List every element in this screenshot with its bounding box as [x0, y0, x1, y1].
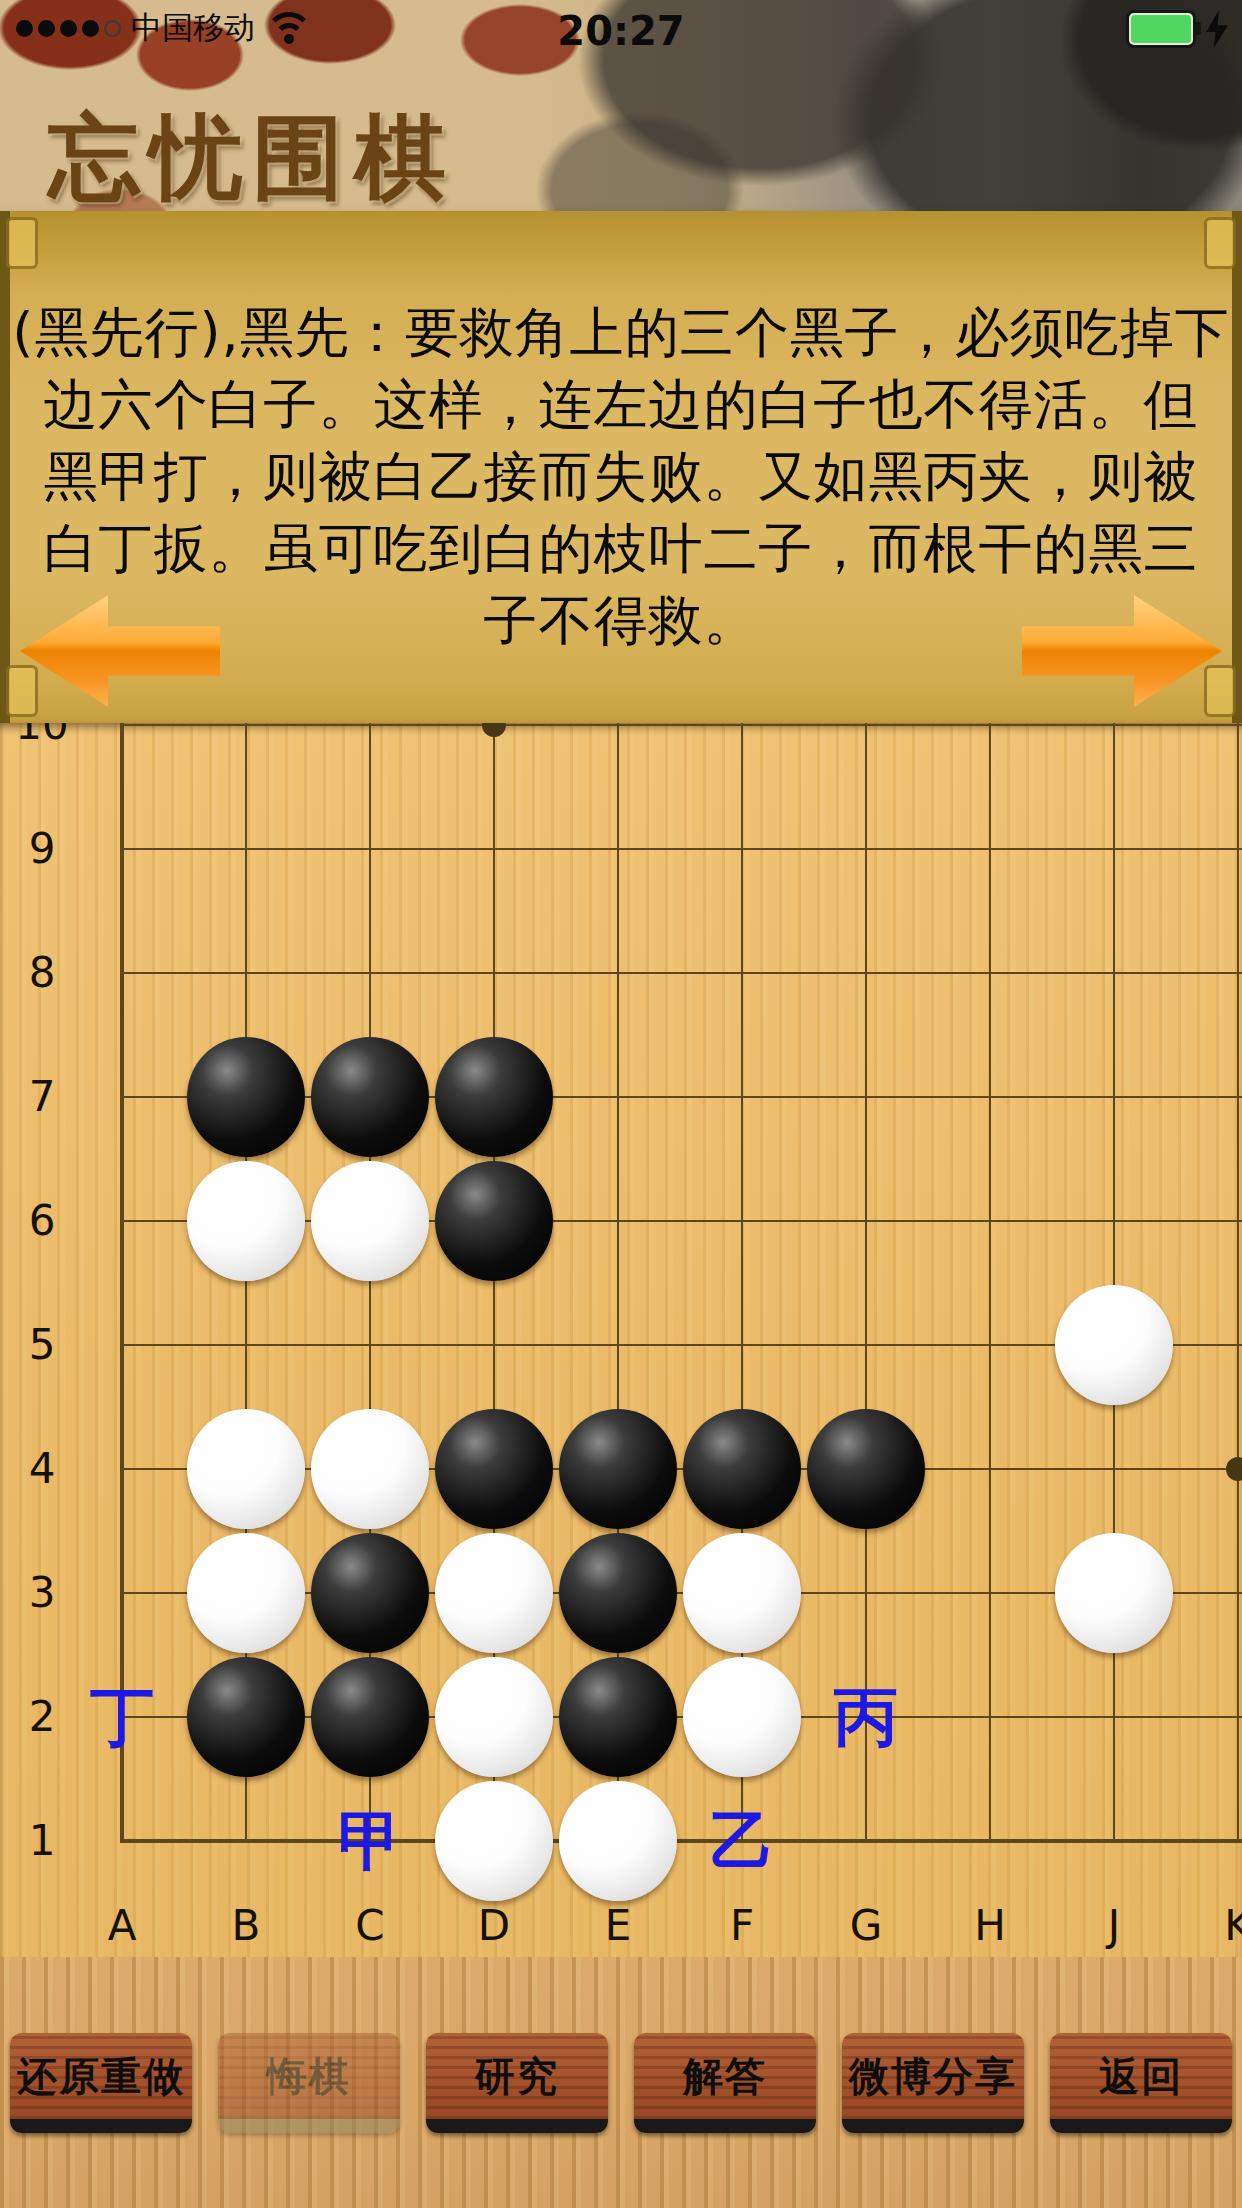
stone-black [559, 1409, 677, 1529]
stone-black [683, 1409, 801, 1529]
stone-white [1055, 1533, 1173, 1653]
row-label: 8 [2, 947, 82, 999]
problem-line: 边六个白子。这样，连左边的白子也不得活。但 [10, 369, 1232, 441]
clock: 20:27 [557, 8, 684, 54]
row-label: 5 [2, 1319, 82, 1371]
wifi-icon [265, 10, 313, 46]
answer-button[interactable]: 解答 [634, 2033, 816, 2133]
grid-line-horizontal [120, 724, 1242, 726]
study-button[interactable]: 研究 [426, 2033, 608, 2133]
back-button[interactable]: 返回 [1050, 2033, 1232, 2133]
panel-corner-ornament [6, 217, 38, 269]
grid-line-horizontal [120, 848, 1242, 850]
problem-description: (黑先行),黑先：要救角上的三个黑子，必须吃掉下 边六个白子。这样，连左边的白子… [10, 211, 1232, 657]
signal-strength-icon [16, 20, 121, 37]
column-label: J [1074, 1901, 1154, 1950]
problem-panel: (黑先行),黑先：要救角上的三个黑子，必须吃掉下 边六个白子。这样，连左边的白子… [0, 211, 1242, 723]
column-label: K [1198, 1901, 1242, 1950]
carrier-label: 中国移动 [131, 7, 255, 49]
grid-line-vertical [1113, 723, 1115, 1843]
column-label: F [702, 1901, 782, 1950]
column-label: G [826, 1901, 906, 1950]
stone-black [311, 1037, 429, 1157]
stone-white [187, 1533, 305, 1653]
row-label: 2 [2, 1691, 82, 1743]
bottom-bar: 还原重做 悔棋 研究 解答 微博分享 返回 [0, 1957, 1242, 2208]
grid-line-vertical [989, 723, 991, 1843]
stone-black [559, 1657, 677, 1777]
stone-black [187, 1037, 305, 1157]
stone-black [187, 1657, 305, 1777]
charging-bolt-icon [1204, 10, 1230, 48]
stone-white [435, 1533, 553, 1653]
problem-line: 黑甲打，则被白乙接而失败。又如黑丙夹，则被 [10, 441, 1232, 513]
star-point [1226, 1457, 1242, 1481]
panel-corner-ornament [1204, 665, 1236, 717]
stone-white [683, 1533, 801, 1653]
panel-corner-ornament [6, 665, 38, 717]
app-header: 中国移动 20:27 忘忧围棋 [0, 0, 1242, 211]
problem-line: 白丁扳。虽可吃到白的枝叶二子，而根干的黑三 [10, 513, 1232, 585]
stone-black [559, 1533, 677, 1653]
restore-redo-button[interactable]: 还原重做 [10, 2033, 192, 2133]
stone-white [435, 1781, 553, 1901]
app-title: 忘忧围棋 [48, 96, 456, 211]
grid-line-vertical [1237, 723, 1239, 1843]
battery-icon [1126, 10, 1196, 48]
go-board[interactable]: ABCDEFGHJK10987654321丁甲乙丙 [0, 723, 1242, 1957]
weibo-share-button[interactable]: 微博分享 [842, 2033, 1024, 2133]
row-label: 7 [2, 1071, 82, 1123]
row-label: 9 [2, 823, 82, 875]
stone-white [187, 1409, 305, 1529]
status-bar: 中国移动 20:27 [0, 0, 1242, 56]
stone-white [311, 1409, 429, 1529]
column-label: D [454, 1901, 534, 1950]
row-label: 10 [2, 723, 82, 751]
panel-corner-ornament [1204, 217, 1236, 269]
stone-black [807, 1409, 925, 1529]
stone-white [187, 1161, 305, 1281]
stone-black [435, 1161, 553, 1281]
stone-white [559, 1781, 677, 1901]
undo-move-button[interactable]: 悔棋 [218, 2033, 400, 2133]
row-label: 6 [2, 1195, 82, 1247]
column-label: C [330, 1901, 410, 1950]
stone-black [435, 1409, 553, 1529]
stone-black [311, 1657, 429, 1777]
row-label: 1 [2, 1815, 82, 1867]
stone-white [1055, 1285, 1173, 1405]
column-label: E [578, 1901, 658, 1950]
stone-white [311, 1161, 429, 1281]
stone-white [683, 1657, 801, 1777]
stone-white [435, 1657, 553, 1777]
row-label: 4 [2, 1443, 82, 1495]
column-label: B [206, 1901, 286, 1950]
toolbar: 还原重做 悔棋 研究 解答 微博分享 返回 [10, 2033, 1232, 2133]
move-label: 乙 [710, 1798, 774, 1885]
problem-line: (黑先行),黑先：要救角上的三个黑子，必须吃掉下 [10, 297, 1232, 369]
column-label: H [950, 1901, 1030, 1950]
star-point [482, 723, 506, 737]
stone-black [311, 1533, 429, 1653]
grid-line-horizontal [120, 972, 1242, 974]
grid-line-horizontal [120, 1839, 1242, 1843]
move-label: 丁 [90, 1674, 154, 1761]
row-label: 3 [2, 1567, 82, 1619]
move-label: 丙 [834, 1674, 898, 1761]
stone-black [435, 1037, 553, 1157]
column-label: A [82, 1901, 162, 1950]
battery-group [1126, 10, 1230, 48]
move-label: 甲 [338, 1798, 402, 1885]
